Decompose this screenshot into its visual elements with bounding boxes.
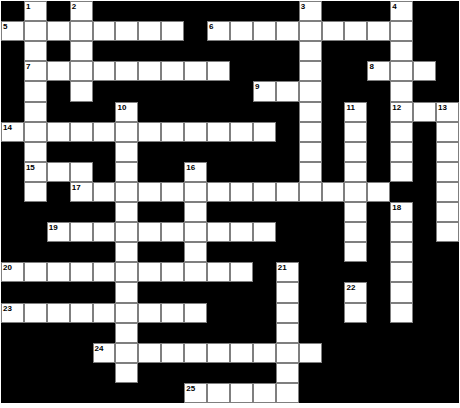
- cell-r9c12[interactable]: [276, 182, 299, 202]
- cell-r11c17[interactable]: [390, 222, 413, 242]
- black-cell-r10c16: [367, 202, 390, 222]
- cell-r6c15[interactable]: [344, 122, 367, 142]
- cell-r8c3[interactable]: [70, 162, 93, 182]
- black-cell-r19c15: [344, 383, 367, 403]
- clue-number-2: 2: [72, 2, 76, 11]
- clue-number-18: 18: [392, 203, 401, 212]
- cell-r6c4[interactable]: [93, 122, 116, 142]
- black-cell-r8c0: [1, 162, 24, 182]
- clue-number-21: 21: [278, 263, 287, 272]
- cell-r1c12[interactable]: [276, 21, 299, 41]
- cell-r15c17[interactable]: [390, 303, 413, 323]
- black-cell-r10c7: [161, 202, 184, 222]
- cell-r11c6[interactable]: [138, 222, 161, 242]
- clue-number-20: 20: [3, 263, 12, 272]
- cell-r8c1[interactable]: 15: [24, 162, 47, 182]
- cell-r6c3[interactable]: [70, 122, 93, 142]
- cell-r10c8[interactable]: [184, 202, 207, 222]
- black-cell-r5c14: [322, 102, 345, 122]
- cell-r6c11[interactable]: [253, 122, 276, 142]
- cell-r0c1[interactable]: 1: [24, 1, 47, 21]
- black-cell-r2c18: [413, 41, 436, 61]
- cell-r14c5[interactable]: [115, 282, 138, 302]
- cell-r7c1[interactable]: [24, 142, 47, 162]
- black-cell-r3c0: [1, 61, 24, 81]
- black-cell-r6c18: [413, 122, 436, 142]
- cell-r2c1[interactable]: [24, 41, 47, 61]
- cell-r3c3[interactable]: [70, 61, 93, 81]
- cell-r3c9[interactable]: [207, 61, 230, 81]
- black-cell-r0c2: [47, 1, 70, 21]
- clue-number-6: 6: [209, 22, 213, 31]
- black-cell-r19c16: [367, 383, 390, 403]
- cell-r5c15[interactable]: 11: [344, 102, 367, 122]
- cell-r17c10[interactable]: [230, 343, 253, 363]
- cell-r5c18[interactable]: [413, 102, 436, 122]
- cell-r9c8[interactable]: [184, 182, 207, 202]
- black-cell-r11c0: [1, 222, 24, 242]
- black-cell-r0c7: [161, 1, 184, 21]
- cell-r14c12[interactable]: [276, 282, 299, 302]
- cell-r6c19[interactable]: [436, 122, 459, 142]
- black-cell-r5c3: [70, 102, 93, 122]
- black-cell-r16c1: [24, 323, 47, 343]
- cell-r7c5[interactable]: [115, 142, 138, 162]
- cell-r3c2[interactable]: [47, 61, 70, 81]
- black-cell-r10c14: [322, 202, 345, 222]
- cell-r13c2[interactable]: [47, 262, 70, 282]
- cell-r5c1[interactable]: [24, 102, 47, 122]
- black-cell-r5c6: [138, 102, 161, 122]
- black-cell-r8c4: [93, 162, 116, 182]
- cell-r2c17[interactable]: [390, 41, 413, 61]
- black-cell-r18c19: [436, 363, 459, 383]
- cell-r11c15[interactable]: [344, 222, 367, 242]
- black-cell-r9c0: [1, 182, 24, 202]
- cell-r11c4[interactable]: [93, 222, 116, 242]
- cell-r17c4[interactable]: 24: [93, 343, 116, 363]
- black-cell-r4c2: [47, 81, 70, 101]
- cell-r13c12[interactable]: 21: [276, 262, 299, 282]
- cell-r19c11[interactable]: [253, 383, 276, 403]
- black-cell-r18c7: [161, 363, 184, 383]
- black-cell-r0c14: [322, 1, 345, 21]
- clue-number-22: 22: [346, 283, 355, 292]
- cell-r0c17[interactable]: 4: [390, 1, 413, 21]
- cell-r13c4[interactable]: [93, 262, 116, 282]
- cell-r15c12[interactable]: [276, 303, 299, 323]
- cell-r11c2[interactable]: 19: [47, 222, 70, 242]
- clue-number-13: 13: [438, 103, 447, 112]
- black-cell-r7c4: [93, 142, 116, 162]
- cell-r6c5[interactable]: [115, 122, 138, 142]
- black-cell-r14c2: [47, 282, 70, 302]
- cell-r6c17[interactable]: [390, 122, 413, 142]
- cell-r14c17[interactable]: [390, 282, 413, 302]
- black-cell-r10c3: [70, 202, 93, 222]
- cell-r13c1[interactable]: [24, 262, 47, 282]
- cell-r6c7[interactable]: [161, 122, 184, 142]
- cell-r0c13[interactable]: 3: [299, 1, 322, 21]
- black-cell-r2c9: [207, 41, 230, 61]
- cell-r10c19[interactable]: [436, 202, 459, 222]
- cell-r9c13[interactable]: [299, 182, 322, 202]
- black-cell-r18c2: [47, 363, 70, 383]
- cell-r8c15[interactable]: [344, 162, 367, 182]
- black-cell-r16c8: [184, 323, 207, 343]
- cell-r9c14[interactable]: [322, 182, 345, 202]
- cell-r3c7[interactable]: [161, 61, 184, 81]
- cell-r15c2[interactable]: [47, 303, 70, 323]
- black-cell-r17c1: [24, 343, 47, 363]
- black-cell-r0c15: [344, 1, 367, 21]
- cell-r1c14[interactable]: [322, 21, 345, 41]
- clue-number-1: 1: [26, 2, 30, 11]
- clue-number-10: 10: [117, 103, 126, 112]
- cell-r3c18[interactable]: [413, 61, 436, 81]
- cell-r1c9[interactable]: 6: [207, 21, 230, 41]
- black-cell-r12c16: [367, 242, 390, 262]
- black-cell-r16c2: [47, 323, 70, 343]
- cell-r17c7[interactable]: [161, 343, 184, 363]
- cell-r3c6[interactable]: [138, 61, 161, 81]
- cell-r1c3[interactable]: [70, 21, 93, 41]
- cell-r12c5[interactable]: [115, 242, 138, 262]
- black-cell-r13c19: [436, 262, 459, 282]
- cell-r2c13[interactable]: [299, 41, 322, 61]
- cell-r17c6[interactable]: [138, 343, 161, 363]
- black-cell-r18c9: [207, 363, 230, 383]
- black-cell-r2c15: [344, 41, 367, 61]
- black-cell-r10c18: [413, 202, 436, 222]
- cell-r13c17[interactable]: [390, 262, 413, 282]
- clue-number-11: 11: [346, 103, 354, 112]
- black-cell-r4c8: [184, 81, 207, 101]
- cell-r19c8[interactable]: 25: [184, 383, 207, 403]
- black-cell-r4c18: [413, 81, 436, 101]
- cell-r6c0[interactable]: 14: [1, 122, 24, 142]
- cell-r5c13[interactable]: [299, 102, 322, 122]
- cell-r1c6[interactable]: [138, 21, 161, 41]
- black-cell-r5c0: [1, 102, 24, 122]
- cell-r1c17[interactable]: [390, 21, 413, 41]
- cell-r1c1[interactable]: [24, 21, 47, 41]
- black-cell-r15c19: [436, 303, 459, 323]
- cell-r17c11[interactable]: [253, 343, 276, 363]
- black-cell-r2c14: [322, 41, 345, 61]
- cell-r1c0[interactable]: 5: [1, 21, 24, 41]
- black-cell-r2c2: [47, 41, 70, 61]
- cell-r8c5[interactable]: [115, 162, 138, 182]
- cell-r15c4[interactable]: [93, 303, 116, 323]
- cell-r9c5[interactable]: [115, 182, 138, 202]
- cell-r17c13[interactable]: [299, 343, 322, 363]
- cell-r2c3[interactable]: [70, 41, 93, 61]
- cell-r17c8[interactable]: [184, 343, 207, 363]
- cell-r15c8[interactable]: [184, 303, 207, 323]
- black-cell-r10c13: [299, 202, 322, 222]
- cell-r9c15[interactable]: [344, 182, 367, 202]
- black-cell-r16c16: [367, 323, 390, 343]
- black-cell-r7c0: [1, 142, 24, 162]
- cell-r6c1[interactable]: [24, 122, 47, 142]
- black-cell-r18c6: [138, 363, 161, 383]
- cell-r10c15[interactable]: [344, 202, 367, 222]
- black-cell-r13c16: [367, 262, 390, 282]
- black-cell-r19c13: [299, 383, 322, 403]
- black-cell-r13c14: [322, 262, 345, 282]
- cell-r12c8[interactable]: [184, 242, 207, 262]
- black-cell-r5c4: [93, 102, 116, 122]
- cell-r1c11[interactable]: [253, 21, 276, 41]
- cell-r8c13[interactable]: [299, 162, 322, 182]
- cell-r11c8[interactable]: [184, 222, 207, 242]
- cell-r1c2[interactable]: [47, 21, 70, 41]
- cell-r15c5[interactable]: [115, 303, 138, 323]
- cell-r1c5[interactable]: [115, 21, 138, 41]
- black-cell-r0c18: [413, 1, 436, 21]
- black-cell-r19c18: [413, 383, 436, 403]
- black-cell-r15c16: [367, 303, 390, 323]
- black-cell-r18c0: [1, 363, 24, 383]
- black-cell-r18c16: [367, 363, 390, 383]
- clue-number-4: 4: [392, 2, 396, 11]
- black-cell-r18c3: [70, 363, 93, 383]
- cell-r13c9[interactable]: [207, 262, 230, 282]
- cell-r15c7[interactable]: [161, 303, 184, 323]
- cell-r1c10[interactable]: [230, 21, 253, 41]
- cell-r6c6[interactable]: [138, 122, 161, 142]
- black-cell-r3c10: [230, 61, 253, 81]
- cell-r15c15[interactable]: [344, 303, 367, 323]
- cell-r10c17[interactable]: 18: [390, 202, 413, 222]
- cell-r11c19[interactable]: [436, 222, 459, 242]
- black-cell-r7c3: [70, 142, 93, 162]
- black-cell-r13c15: [344, 262, 367, 282]
- cell-r9c3[interactable]: 17: [70, 182, 93, 202]
- cell-r11c11[interactable]: [253, 222, 276, 242]
- black-cell-r12c10: [230, 242, 253, 262]
- cell-r15c3[interactable]: [70, 303, 93, 323]
- cell-r8c17[interactable]: [390, 162, 413, 182]
- cell-r16c5[interactable]: [115, 323, 138, 343]
- cell-r8c19[interactable]: [436, 162, 459, 182]
- cell-r3c4[interactable]: [93, 61, 116, 81]
- cell-r6c8[interactable]: [184, 122, 207, 142]
- black-cell-r2c10: [230, 41, 253, 61]
- black-cell-r8c12: [276, 162, 299, 182]
- cell-r9c11[interactable]: [253, 182, 276, 202]
- black-cell-r10c6: [138, 202, 161, 222]
- black-cell-r18c1: [24, 363, 47, 383]
- cell-r12c17[interactable]: [390, 242, 413, 262]
- cell-r7c15[interactable]: [344, 142, 367, 162]
- cell-r12c15[interactable]: [344, 242, 367, 262]
- cell-r3c16[interactable]: 8: [367, 61, 390, 81]
- black-cell-r4c0: [1, 81, 24, 101]
- cell-r7c19[interactable]: [436, 142, 459, 162]
- black-cell-r16c7: [161, 323, 184, 343]
- cell-r18c5[interactable]: [115, 363, 138, 383]
- cell-r8c2[interactable]: [47, 162, 70, 182]
- cell-r6c9[interactable]: [207, 122, 230, 142]
- black-cell-r14c18: [413, 282, 436, 302]
- cell-r13c3[interactable]: [70, 262, 93, 282]
- cell-r1c16[interactable]: [367, 21, 390, 41]
- cell-r19c9[interactable]: [207, 383, 230, 403]
- cell-r15c1[interactable]: [24, 303, 47, 323]
- cell-r9c6[interactable]: [138, 182, 161, 202]
- cell-r19c10[interactable]: [230, 383, 253, 403]
- black-cell-r17c0: [1, 343, 24, 363]
- black-cell-r19c4: [93, 383, 116, 403]
- cell-r1c4[interactable]: [93, 21, 116, 41]
- cell-r13c5[interactable]: [115, 262, 138, 282]
- cell-r1c13[interactable]: [299, 21, 322, 41]
- black-cell-r16c19: [436, 323, 459, 343]
- cell-r4c12[interactable]: [276, 81, 299, 101]
- cell-r4c1[interactable]: [24, 81, 47, 101]
- black-cell-r6c12: [276, 122, 299, 142]
- cell-r5c17[interactable]: 12: [390, 102, 413, 122]
- black-cell-r18c17: [390, 363, 413, 383]
- cell-r11c3[interactable]: [70, 222, 93, 242]
- black-cell-r16c18: [413, 323, 436, 343]
- black-cell-r14c11: [253, 282, 276, 302]
- black-cell-r4c9: [207, 81, 230, 101]
- clue-number-16: 16: [186, 163, 195, 172]
- cell-r13c6[interactable]: [138, 262, 161, 282]
- cell-r11c9[interactable]: [207, 222, 230, 242]
- black-cell-r12c18: [413, 242, 436, 262]
- clue-number-15: 15: [26, 163, 35, 172]
- black-cell-r8c18: [413, 162, 436, 182]
- clue-number-24: 24: [95, 344, 104, 353]
- cell-r4c11[interactable]: 9: [253, 81, 276, 101]
- cell-r17c5[interactable]: [115, 343, 138, 363]
- cell-r14c15[interactable]: 22: [344, 282, 367, 302]
- cell-r6c2[interactable]: [47, 122, 70, 142]
- cell-r9c4[interactable]: [93, 182, 116, 202]
- cell-r7c17[interactable]: [390, 142, 413, 162]
- cell-r15c0[interactable]: 23: [1, 303, 24, 323]
- cell-r9c7[interactable]: [161, 182, 184, 202]
- black-cell-r15c14: [322, 303, 345, 323]
- black-cell-r16c13: [299, 323, 322, 343]
- black-cell-r4c6: [138, 81, 161, 101]
- cell-r8c8[interactable]: 16: [184, 162, 207, 182]
- black-cell-r9c18: [413, 182, 436, 202]
- black-cell-r7c10: [230, 142, 253, 162]
- cell-r18c12[interactable]: [276, 363, 299, 383]
- cell-r1c15[interactable]: [344, 21, 367, 41]
- cell-r6c13[interactable]: [299, 122, 322, 142]
- cell-r3c1[interactable]: 7: [24, 61, 47, 81]
- black-cell-r12c12: [276, 242, 299, 262]
- clue-number-12: 12: [392, 103, 401, 112]
- cell-r13c7[interactable]: [161, 262, 184, 282]
- cell-r17c12[interactable]: [276, 343, 299, 363]
- cell-r7c13[interactable]: [299, 142, 322, 162]
- black-cell-r11c18: [413, 222, 436, 242]
- black-cell-r7c12: [276, 142, 299, 162]
- black-cell-r7c7: [161, 142, 184, 162]
- black-cell-r19c3: [70, 383, 93, 403]
- black-cell-r18c10: [230, 363, 253, 383]
- cell-r3c17[interactable]: [390, 61, 413, 81]
- cell-r16c12[interactable]: [276, 323, 299, 343]
- black-cell-r19c19: [436, 383, 459, 403]
- cell-r5c5[interactable]: 10: [115, 102, 138, 122]
- black-cell-r16c15: [344, 323, 367, 343]
- cell-r3c5[interactable]: [115, 61, 138, 81]
- cell-r19c12[interactable]: [276, 383, 299, 403]
- black-cell-r18c18: [413, 363, 436, 383]
- black-cell-r7c6: [138, 142, 161, 162]
- black-cell-r16c3: [70, 323, 93, 343]
- black-cell-r12c0: [1, 242, 24, 262]
- black-cell-r0c6: [138, 1, 161, 21]
- black-cell-r2c5: [115, 41, 138, 61]
- black-cell-r4c16: [367, 81, 390, 101]
- crossword-page: 1234567891011121314151617181920212223242…: [0, 0, 460, 408]
- cell-r13c0[interactable]: 20: [1, 262, 24, 282]
- cell-r4c13[interactable]: [299, 81, 322, 101]
- clue-number-17: 17: [72, 183, 81, 192]
- cell-r13c8[interactable]: [184, 262, 207, 282]
- cell-r9c19[interactable]: [436, 182, 459, 202]
- black-cell-r8c16: [367, 162, 390, 182]
- black-cell-r16c10: [230, 323, 253, 343]
- cell-r0c3[interactable]: 2: [70, 1, 93, 21]
- black-cell-r19c17: [390, 383, 413, 403]
- black-cell-r17c14: [322, 343, 345, 363]
- cell-r3c8[interactable]: [184, 61, 207, 81]
- black-cell-r16c14: [322, 323, 345, 343]
- cell-r9c16[interactable]: [367, 182, 390, 202]
- cell-r13c10[interactable]: [230, 262, 253, 282]
- black-cell-r1c18: [413, 21, 436, 41]
- cell-r1c7[interactable]: [161, 21, 184, 41]
- cell-r4c3[interactable]: [70, 81, 93, 101]
- black-cell-r5c8: [184, 102, 207, 122]
- cell-r10c5[interactable]: [115, 202, 138, 222]
- cell-r11c7[interactable]: [161, 222, 184, 242]
- cell-r5c19[interactable]: 13: [436, 102, 459, 122]
- black-cell-r0c0: [1, 1, 24, 21]
- black-cell-r17c3: [70, 343, 93, 363]
- cell-r4c17[interactable]: [390, 81, 413, 101]
- black-cell-r4c15: [344, 81, 367, 101]
- cell-r9c1[interactable]: [24, 182, 47, 202]
- cell-r11c5[interactable]: [115, 222, 138, 242]
- cell-r11c10[interactable]: [230, 222, 253, 242]
- cell-r17c9[interactable]: [207, 343, 230, 363]
- black-cell-r12c9: [207, 242, 230, 262]
- cell-r9c10[interactable]: [230, 182, 253, 202]
- clue-number-8: 8: [369, 62, 373, 71]
- cell-r9c9[interactable]: [207, 182, 230, 202]
- black-cell-r2c6: [138, 41, 161, 61]
- cell-r15c6[interactable]: [138, 303, 161, 323]
- black-cell-r14c14: [322, 282, 345, 302]
- cell-r6c10[interactable]: [230, 122, 253, 142]
- black-cell-r0c16: [367, 1, 390, 21]
- cell-r3c13[interactable]: [299, 61, 322, 81]
- black-cell-r17c16: [367, 343, 390, 363]
- black-cell-r7c16: [367, 142, 390, 162]
- black-cell-r17c17: [390, 343, 413, 363]
